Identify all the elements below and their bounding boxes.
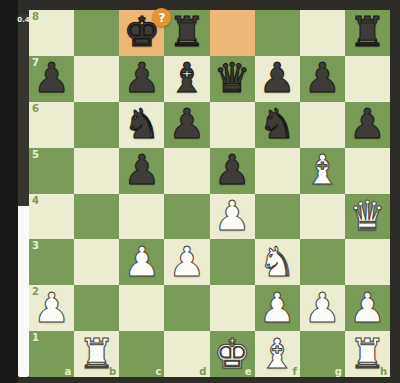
black-pawn[interactable]: ♟ xyxy=(345,102,390,148)
square-g1[interactable]: g xyxy=(300,331,345,377)
black-pawn[interactable]: ♟ xyxy=(300,56,345,102)
square-d1[interactable]: d xyxy=(164,331,209,377)
square-b2[interactable] xyxy=(74,285,119,331)
white-queen[interactable]: ♛ xyxy=(345,194,390,240)
square-g2[interactable]: ♟ xyxy=(300,285,345,331)
square-g6[interactable] xyxy=(300,102,345,148)
black-pawn[interactable]: ♟ xyxy=(255,56,300,102)
square-g4[interactable] xyxy=(300,194,345,240)
rank-label-3: 3 xyxy=(32,240,39,251)
square-e5[interactable]: ♟ xyxy=(210,148,255,194)
square-f5[interactable] xyxy=(255,148,300,194)
square-b7[interactable] xyxy=(74,56,119,102)
square-c4[interactable] xyxy=(119,194,164,240)
rank-label-4: 4 xyxy=(32,195,39,206)
black-bishop[interactable]: ♝ xyxy=(164,56,209,102)
square-h3[interactable] xyxy=(345,239,390,285)
square-e2[interactable] xyxy=(210,285,255,331)
square-d5[interactable] xyxy=(164,148,209,194)
black-pawn[interactable]: ♟ xyxy=(210,148,255,194)
file-label-f: f xyxy=(292,366,296,377)
rank-label-7: 7 xyxy=(32,57,39,68)
file-label-b: b xyxy=(109,366,116,377)
square-f3[interactable]: ♞ xyxy=(255,239,300,285)
black-pawn[interactable]: ♟ xyxy=(119,148,164,194)
square-d7[interactable]: ♝ xyxy=(164,56,209,102)
square-g5[interactable]: ♝ xyxy=(300,148,345,194)
rank-label-2: 2 xyxy=(32,286,39,297)
square-c8[interactable]: ♚? xyxy=(119,10,164,56)
square-h7[interactable] xyxy=(345,56,390,102)
square-f4[interactable] xyxy=(255,194,300,240)
square-c3[interactable]: ♟ xyxy=(119,239,164,285)
square-h5[interactable] xyxy=(345,148,390,194)
square-h6[interactable]: ♟ xyxy=(345,102,390,148)
file-label-a: a xyxy=(64,366,71,377)
left-sidebar xyxy=(0,0,18,383)
square-e3[interactable] xyxy=(210,239,255,285)
file-label-c: c xyxy=(155,366,161,377)
rank-label-6: 6 xyxy=(32,103,39,114)
square-b4[interactable] xyxy=(74,194,119,240)
square-b6[interactable] xyxy=(74,102,119,148)
square-a4[interactable]: 4 xyxy=(29,194,74,240)
square-a3[interactable]: 3 xyxy=(29,239,74,285)
white-pawn[interactable]: ♟ xyxy=(255,285,300,331)
chess-board: 8♚?♜♜7♟♟♝♛♟♟6♞♟♞♟5♟♟♝4♟♛3♟♟♞2♟♟♟♟1ab♜cde… xyxy=(29,10,390,377)
eval-score: 0.4 xyxy=(13,16,34,24)
square-g3[interactable] xyxy=(300,239,345,285)
square-g7[interactable]: ♟ xyxy=(300,56,345,102)
file-label-e: e xyxy=(245,366,252,377)
square-d6[interactable]: ♟ xyxy=(164,102,209,148)
square-a6[interactable]: 6 xyxy=(29,102,74,148)
square-b1[interactable]: b♜ xyxy=(74,331,119,377)
square-f7[interactable]: ♟ xyxy=(255,56,300,102)
square-d2[interactable] xyxy=(164,285,209,331)
white-pawn[interactable]: ♟ xyxy=(210,194,255,240)
file-label-d: d xyxy=(199,366,206,377)
square-h8[interactable]: ♜ xyxy=(345,10,390,56)
black-rook[interactable]: ♜ xyxy=(345,10,390,56)
square-c2[interactable] xyxy=(119,285,164,331)
rank-label-5: 5 xyxy=(32,149,39,160)
black-knight[interactable]: ♞ xyxy=(119,102,164,148)
square-d3[interactable]: ♟ xyxy=(164,239,209,285)
white-pawn[interactable]: ♟ xyxy=(119,239,164,285)
file-label-g: g xyxy=(335,366,342,377)
square-f1[interactable]: f♝ xyxy=(255,331,300,377)
square-a1[interactable]: 1a xyxy=(29,331,74,377)
analysis-screen: 0.4 8♚?♜♜7♟♟♝♛♟♟6♞♟♞♟5♟♟♝4♟♛3♟♟♞2♟♟♟♟1ab… xyxy=(0,0,400,383)
square-a2[interactable]: 2♟ xyxy=(29,285,74,331)
square-g8[interactable] xyxy=(300,10,345,56)
square-a7[interactable]: 7♟ xyxy=(29,56,74,102)
square-c1[interactable]: c xyxy=(119,331,164,377)
square-f6[interactable]: ♞ xyxy=(255,102,300,148)
square-f8[interactable] xyxy=(255,10,300,56)
file-label-h: h xyxy=(380,366,387,377)
square-e7[interactable]: ♛ xyxy=(210,56,255,102)
square-e1[interactable]: e♚ xyxy=(210,331,255,377)
black-pawn[interactable]: ♟ xyxy=(119,56,164,102)
square-d4[interactable] xyxy=(164,194,209,240)
square-e6[interactable] xyxy=(210,102,255,148)
rank-label-1: 1 xyxy=(32,332,39,343)
square-d8[interactable]: ♜ xyxy=(164,10,209,56)
square-e4[interactable]: ♟ xyxy=(210,194,255,240)
square-b8[interactable] xyxy=(74,10,119,56)
square-a5[interactable]: 5 xyxy=(29,148,74,194)
square-f2[interactable]: ♟ xyxy=(255,285,300,331)
square-b3[interactable] xyxy=(74,239,119,285)
white-pawn[interactable]: ♟ xyxy=(300,285,345,331)
square-a8[interactable]: 8 xyxy=(29,10,74,56)
square-h4[interactable]: ♛ xyxy=(345,194,390,240)
square-h2[interactable]: ♟ xyxy=(345,285,390,331)
black-rook[interactable]: ♜ xyxy=(164,10,209,56)
black-queen[interactable]: ♛ xyxy=(210,56,255,102)
white-pawn[interactable]: ♟ xyxy=(164,239,209,285)
square-c5[interactable]: ♟ xyxy=(119,148,164,194)
eval-bar-white xyxy=(18,206,29,377)
black-pawn[interactable]: ♟ xyxy=(164,102,209,148)
square-e8[interactable] xyxy=(210,10,255,56)
white-pawn[interactable]: ♟ xyxy=(345,285,390,331)
eval-bar xyxy=(18,14,29,377)
square-c7[interactable]: ♟ xyxy=(119,56,164,102)
square-h1[interactable]: h♜ xyxy=(345,331,390,377)
square-c6[interactable]: ♞ xyxy=(119,102,164,148)
white-bishop[interactable]: ♝ xyxy=(300,148,345,194)
black-knight[interactable]: ♞ xyxy=(255,102,300,148)
white-knight[interactable]: ♞ xyxy=(255,239,300,285)
square-b5[interactable] xyxy=(74,148,119,194)
